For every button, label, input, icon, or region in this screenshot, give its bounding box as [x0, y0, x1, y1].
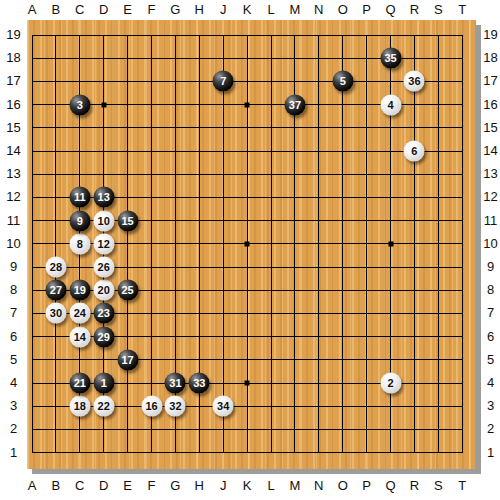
row-label-right-8: 8: [481, 282, 500, 298]
stone-24-white-C7: 24: [69, 303, 90, 324]
row-label-left-13: 13: [0, 166, 27, 182]
col-label-top-E: E: [116, 0, 140, 20]
col-label-top-F: F: [140, 0, 164, 20]
col-label-bottom-M: M: [283, 476, 307, 496]
row-label-left-19: 19: [0, 27, 27, 43]
col-label-bottom-P: P: [355, 476, 379, 496]
stone-26-white-D9: 26: [93, 257, 114, 278]
stone-2-white-Q4: 2: [380, 373, 401, 394]
stone-15-black-E11: 15: [117, 210, 138, 231]
row-label-right-7: 7: [481, 305, 500, 321]
col-label-top-H: H: [187, 0, 211, 20]
stone-27-black-B8: 27: [45, 280, 66, 301]
stone-17-black-E5: 17: [117, 349, 138, 370]
col-label-top-O: O: [331, 0, 355, 20]
stone-16-white-F3: 16: [141, 396, 162, 417]
stone-7-black-J17: 7: [213, 71, 234, 92]
stone-21-black-C4: 21: [69, 373, 90, 394]
grid-line-vertical: [318, 35, 319, 452]
col-label-top-Q: Q: [379, 0, 403, 20]
row-label-right-19: 19: [481, 27, 500, 43]
col-label-top-T: T: [450, 0, 474, 20]
row-label-right-14: 14: [481, 143, 500, 159]
col-label-bottom-A: A: [20, 476, 44, 496]
grid-line-horizontal: [32, 359, 463, 360]
row-label-right-2: 2: [481, 421, 500, 437]
stone-32-white-G3: 32: [165, 396, 186, 417]
stone-31-black-G4: 31: [165, 373, 186, 394]
col-label-bottom-T: T: [450, 476, 474, 496]
row-label-right-18: 18: [481, 50, 500, 66]
row-label-right-11: 11: [481, 213, 500, 229]
col-label-bottom-S: S: [426, 476, 450, 496]
col-label-bottom-C: C: [68, 476, 92, 496]
column-labels-bottom: ABCDEFGHJKLMNOPQRST: [27, 476, 476, 500]
row-label-right-4: 4: [481, 375, 500, 391]
col-label-top-S: S: [426, 0, 450, 20]
row-label-left-1: 1: [0, 445, 27, 461]
col-label-bottom-R: R: [402, 476, 426, 496]
stone-18-white-C3: 18: [69, 396, 90, 417]
stone-28-white-B9: 28: [45, 257, 66, 278]
row-label-left-2: 2: [0, 421, 27, 437]
stone-5-black-O17: 5: [332, 71, 353, 92]
stone-25-black-E8: 25: [117, 280, 138, 301]
stone-34-white-J3: 34: [213, 396, 234, 417]
col-label-top-K: K: [235, 0, 259, 20]
star-point-K16: [245, 102, 250, 107]
row-label-right-6: 6: [481, 329, 500, 345]
row-label-left-11: 11: [0, 213, 27, 229]
stone-6-white-R14: 6: [404, 141, 425, 162]
column-labels-top: ABCDEFGHJKLMNOPQRST: [27, 0, 476, 20]
stone-33-black-H4: 33: [189, 373, 210, 394]
row-labels-right: 19181716151413121110987654321: [481, 20, 500, 469]
col-label-top-M: M: [283, 0, 307, 20]
stone-29-black-D6: 29: [93, 326, 114, 347]
col-label-bottom-L: L: [259, 476, 283, 496]
stone-10-white-D11: 10: [93, 210, 114, 231]
stone-36-white-R17: 36: [404, 71, 425, 92]
go-kifu-page: ABCDEFGHJKLMNOPQRST 19181716151413121110…: [0, 0, 500, 500]
stone-8-white-C10: 8: [69, 233, 90, 254]
col-label-top-D: D: [92, 0, 116, 20]
col-label-bottom-O: O: [331, 476, 355, 496]
row-label-right-16: 16: [481, 97, 500, 113]
col-label-top-P: P: [355, 0, 379, 20]
grid-line-vertical: [271, 35, 272, 452]
row-label-left-7: 7: [0, 305, 27, 321]
col-label-top-L: L: [259, 0, 283, 20]
row-label-left-10: 10: [0, 236, 27, 252]
col-label-top-R: R: [402, 0, 426, 20]
col-label-bottom-G: G: [163, 476, 187, 496]
stone-20-white-D8: 20: [93, 280, 114, 301]
stone-23-black-D7: 23: [93, 303, 114, 324]
col-label-bottom-D: D: [92, 476, 116, 496]
row-label-left-15: 15: [0, 120, 27, 136]
col-label-bottom-F: F: [140, 476, 164, 496]
col-label-top-J: J: [211, 0, 235, 20]
star-point-K10: [245, 241, 250, 246]
grid-line-vertical: [366, 35, 367, 452]
row-label-right-13: 13: [481, 166, 500, 182]
col-label-top-N: N: [307, 0, 331, 20]
stone-12-white-D10: 12: [93, 233, 114, 254]
go-board[interactable]: 1234567891011121314151617181920212223242…: [27, 20, 476, 469]
row-label-right-3: 3: [481, 398, 500, 414]
stone-4-white-Q16: 4: [380, 94, 401, 115]
col-label-top-G: G: [163, 0, 187, 20]
row-label-left-17: 17: [0, 73, 27, 89]
col-label-bottom-E: E: [116, 476, 140, 496]
row-label-right-10: 10: [481, 236, 500, 252]
row-label-left-4: 4: [0, 375, 27, 391]
stone-19-black-C8: 19: [69, 280, 90, 301]
stone-1-black-D4: 1: [93, 373, 114, 394]
row-label-right-5: 5: [481, 352, 500, 368]
row-label-right-1: 1: [481, 445, 500, 461]
row-label-left-3: 3: [0, 398, 27, 414]
row-label-right-12: 12: [481, 189, 500, 205]
grid-line-vertical: [462, 35, 463, 452]
col-label-bottom-B: B: [44, 476, 68, 496]
row-labels-left: 19181716151413121110987654321: [0, 20, 27, 469]
row-label-right-17: 17: [481, 73, 500, 89]
row-label-right-9: 9: [481, 259, 500, 275]
col-label-bottom-Q: Q: [379, 476, 403, 496]
star-point-Q10: [388, 241, 393, 246]
row-label-left-5: 5: [0, 352, 27, 368]
star-point-D16: [101, 102, 106, 107]
grid-line-horizontal: [32, 452, 463, 453]
col-label-top-A: A: [20, 0, 44, 20]
col-label-bottom-J: J: [211, 476, 235, 496]
col-label-bottom-N: N: [307, 476, 331, 496]
row-label-left-18: 18: [0, 50, 27, 66]
stone-3-black-C16: 3: [69, 94, 90, 115]
grid-line-vertical: [438, 35, 439, 452]
grid-line-vertical: [414, 35, 415, 452]
stone-30-white-B7: 30: [45, 303, 66, 324]
stone-35-black-Q18: 35: [380, 48, 401, 69]
row-label-right-15: 15: [481, 120, 500, 136]
row-label-left-9: 9: [0, 259, 27, 275]
stone-14-white-C6: 14: [69, 326, 90, 347]
grid-line-vertical: [342, 35, 343, 452]
stone-37-black-M16: 37: [284, 94, 305, 115]
star-point-K4: [245, 381, 250, 386]
col-label-top-C: C: [68, 0, 92, 20]
row-label-left-6: 6: [0, 329, 27, 345]
row-label-left-12: 12: [0, 189, 27, 205]
grid-line-horizontal: [32, 429, 463, 430]
col-label-bottom-H: H: [187, 476, 211, 496]
row-label-left-8: 8: [0, 282, 27, 298]
stone-22-white-D3: 22: [93, 396, 114, 417]
col-label-top-B: B: [44, 0, 68, 20]
stone-13-black-D12: 13: [93, 187, 114, 208]
col-label-bottom-K: K: [235, 476, 259, 496]
stone-11-black-C12: 11: [69, 187, 90, 208]
row-label-left-16: 16: [0, 97, 27, 113]
row-label-left-14: 14: [0, 143, 27, 159]
stone-9-black-C11: 9: [69, 210, 90, 231]
